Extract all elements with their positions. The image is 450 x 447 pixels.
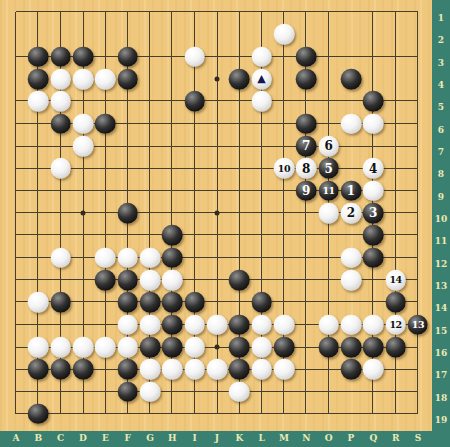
board-intersection-A16[interactable] bbox=[5, 336, 27, 358]
board-intersection-P10[interactable]: 2 bbox=[340, 202, 362, 224]
board-intersection-A13[interactable] bbox=[5, 269, 27, 291]
board-intersection-G18[interactable] bbox=[139, 380, 161, 402]
board-intersection-H14[interactable] bbox=[161, 291, 183, 313]
board-intersection-C13[interactable] bbox=[49, 269, 71, 291]
board-intersection-R10[interactable] bbox=[384, 202, 406, 224]
board-intersection-F5[interactable] bbox=[116, 90, 138, 112]
board-intersection-I6[interactable] bbox=[183, 112, 205, 134]
board-intersection-H12[interactable] bbox=[161, 246, 183, 268]
board-intersection-M12[interactable] bbox=[273, 246, 295, 268]
board-intersection-F10[interactable] bbox=[116, 202, 138, 224]
board-intersection-H3[interactable] bbox=[161, 45, 183, 67]
board-intersection-C8[interactable] bbox=[49, 157, 71, 179]
board-intersection-Q2[interactable] bbox=[362, 23, 384, 45]
board-intersection-P19[interactable] bbox=[340, 403, 362, 425]
board-intersection-D16[interactable] bbox=[72, 336, 94, 358]
board-intersection-R3[interactable] bbox=[384, 45, 406, 67]
board-intersection-H17[interactable] bbox=[161, 358, 183, 380]
board-intersection-O7[interactable]: 6 bbox=[317, 135, 339, 157]
board-intersection-M17[interactable] bbox=[273, 358, 295, 380]
board-intersection-Q11[interactable] bbox=[362, 224, 384, 246]
board-intersection-P17[interactable] bbox=[340, 358, 362, 380]
board-intersection-L19[interactable] bbox=[250, 403, 272, 425]
board-intersection-S19[interactable] bbox=[407, 403, 429, 425]
board-intersection-N19[interactable] bbox=[295, 403, 317, 425]
board-intersection-Q19[interactable] bbox=[362, 403, 384, 425]
board-intersection-D1[interactable] bbox=[72, 1, 94, 23]
board-intersection-K4[interactable] bbox=[228, 68, 250, 90]
board-intersection-L12[interactable] bbox=[250, 246, 272, 268]
board-intersection-K1[interactable] bbox=[228, 1, 250, 23]
board-intersection-J1[interactable] bbox=[206, 1, 228, 23]
board-intersection-F7[interactable] bbox=[116, 135, 138, 157]
board-intersection-G11[interactable] bbox=[139, 224, 161, 246]
board-intersection-M2[interactable] bbox=[273, 23, 295, 45]
board-intersection-Q9[interactable] bbox=[362, 179, 384, 201]
board-intersection-L17[interactable] bbox=[250, 358, 272, 380]
board-intersection-A2[interactable] bbox=[5, 23, 27, 45]
go-board[interactable]: ▲7610854911123141213 bbox=[5, 1, 429, 425]
board-intersection-P6[interactable] bbox=[340, 112, 362, 134]
board-intersection-G4[interactable] bbox=[139, 68, 161, 90]
board-intersection-S7[interactable] bbox=[407, 135, 429, 157]
board-intersection-O15[interactable] bbox=[317, 313, 339, 335]
board-intersection-O19[interactable] bbox=[317, 403, 339, 425]
board-intersection-G14[interactable] bbox=[139, 291, 161, 313]
board-intersection-L13[interactable] bbox=[250, 269, 272, 291]
board-intersection-L4[interactable]: ▲ bbox=[250, 68, 272, 90]
board-intersection-B16[interactable] bbox=[27, 336, 49, 358]
board-intersection-R6[interactable] bbox=[384, 112, 406, 134]
board-intersection-E11[interactable] bbox=[94, 224, 116, 246]
board-intersection-J4[interactable] bbox=[206, 68, 228, 90]
board-intersection-R4[interactable] bbox=[384, 68, 406, 90]
board-intersection-G3[interactable] bbox=[139, 45, 161, 67]
board-intersection-C9[interactable] bbox=[49, 179, 71, 201]
board-intersection-J7[interactable] bbox=[206, 135, 228, 157]
board-intersection-O6[interactable] bbox=[317, 112, 339, 134]
board-intersection-P11[interactable] bbox=[340, 224, 362, 246]
board-intersection-R7[interactable] bbox=[384, 135, 406, 157]
board-intersection-R17[interactable] bbox=[384, 358, 406, 380]
board-intersection-K8[interactable] bbox=[228, 157, 250, 179]
board-intersection-A12[interactable] bbox=[5, 246, 27, 268]
board-intersection-C16[interactable] bbox=[49, 336, 71, 358]
board-intersection-D9[interactable] bbox=[72, 179, 94, 201]
board-intersection-M9[interactable] bbox=[273, 179, 295, 201]
board-intersection-P5[interactable] bbox=[340, 90, 362, 112]
board-intersection-O14[interactable] bbox=[317, 291, 339, 313]
board-intersection-C11[interactable] bbox=[49, 224, 71, 246]
board-intersection-I3[interactable] bbox=[183, 45, 205, 67]
board-intersection-K2[interactable] bbox=[228, 23, 250, 45]
board-intersection-B5[interactable] bbox=[27, 90, 49, 112]
board-intersection-G15[interactable] bbox=[139, 313, 161, 335]
board-intersection-F13[interactable] bbox=[116, 269, 138, 291]
board-intersection-N1[interactable] bbox=[295, 1, 317, 23]
board-intersection-E1[interactable] bbox=[94, 1, 116, 23]
board-intersection-B12[interactable] bbox=[27, 246, 49, 268]
board-intersection-I17[interactable] bbox=[183, 358, 205, 380]
board-intersection-N8[interactable]: 8 bbox=[295, 157, 317, 179]
board-intersection-F4[interactable] bbox=[116, 68, 138, 90]
board-intersection-E10[interactable] bbox=[94, 202, 116, 224]
board-intersection-I16[interactable] bbox=[183, 336, 205, 358]
board-intersection-H18[interactable] bbox=[161, 380, 183, 402]
board-intersection-B7[interactable] bbox=[27, 135, 49, 157]
board-intersection-H10[interactable] bbox=[161, 202, 183, 224]
board-intersection-B17[interactable] bbox=[27, 358, 49, 380]
board-intersection-N11[interactable] bbox=[295, 224, 317, 246]
board-intersection-I10[interactable] bbox=[183, 202, 205, 224]
board-intersection-D2[interactable] bbox=[72, 23, 94, 45]
board-intersection-L9[interactable] bbox=[250, 179, 272, 201]
board-intersection-D12[interactable] bbox=[72, 246, 94, 268]
board-intersection-G5[interactable] bbox=[139, 90, 161, 112]
board-intersection-C2[interactable] bbox=[49, 23, 71, 45]
board-intersection-A10[interactable] bbox=[5, 202, 27, 224]
board-intersection-M19[interactable] bbox=[273, 403, 295, 425]
board-intersection-K16[interactable] bbox=[228, 336, 250, 358]
board-intersection-H1[interactable] bbox=[161, 1, 183, 23]
board-intersection-S4[interactable] bbox=[407, 68, 429, 90]
board-intersection-S5[interactable] bbox=[407, 90, 429, 112]
board-intersection-I1[interactable] bbox=[183, 1, 205, 23]
board-intersection-E8[interactable] bbox=[94, 157, 116, 179]
board-intersection-P16[interactable] bbox=[340, 336, 362, 358]
board-intersection-C5[interactable] bbox=[49, 90, 71, 112]
board-intersection-F16[interactable] bbox=[116, 336, 138, 358]
board-intersection-L8[interactable] bbox=[250, 157, 272, 179]
board-intersection-F15[interactable] bbox=[116, 313, 138, 335]
board-intersection-C19[interactable] bbox=[49, 403, 71, 425]
board-intersection-S12[interactable] bbox=[407, 246, 429, 268]
board-intersection-E6[interactable] bbox=[94, 112, 116, 134]
board-intersection-S1[interactable] bbox=[407, 1, 429, 23]
board-intersection-S9[interactable] bbox=[407, 179, 429, 201]
board-intersection-F17[interactable] bbox=[116, 358, 138, 380]
board-intersection-H16[interactable] bbox=[161, 336, 183, 358]
board-intersection-J19[interactable] bbox=[206, 403, 228, 425]
board-intersection-P2[interactable] bbox=[340, 23, 362, 45]
board-intersection-M11[interactable] bbox=[273, 224, 295, 246]
board-intersection-S8[interactable] bbox=[407, 157, 429, 179]
board-intersection-A18[interactable] bbox=[5, 380, 27, 402]
board-intersection-S15[interactable]: 13 bbox=[407, 313, 429, 335]
board-intersection-O5[interactable] bbox=[317, 90, 339, 112]
board-intersection-E15[interactable] bbox=[94, 313, 116, 335]
board-intersection-B19[interactable] bbox=[27, 403, 49, 425]
board-intersection-C12[interactable] bbox=[49, 246, 71, 268]
board-intersection-J10[interactable] bbox=[206, 202, 228, 224]
board-intersection-H8[interactable] bbox=[161, 157, 183, 179]
board-intersection-G10[interactable] bbox=[139, 202, 161, 224]
board-intersection-F18[interactable] bbox=[116, 380, 138, 402]
board-intersection-N4[interactable] bbox=[295, 68, 317, 90]
board-intersection-C4[interactable] bbox=[49, 68, 71, 90]
board-intersection-C1[interactable] bbox=[49, 1, 71, 23]
board-intersection-S13[interactable] bbox=[407, 269, 429, 291]
board-intersection-M5[interactable] bbox=[273, 90, 295, 112]
board-intersection-C6[interactable] bbox=[49, 112, 71, 134]
board-intersection-R12[interactable] bbox=[384, 246, 406, 268]
board-intersection-Q7[interactable] bbox=[362, 135, 384, 157]
board-intersection-R5[interactable] bbox=[384, 90, 406, 112]
board-intersection-J6[interactable] bbox=[206, 112, 228, 134]
board-intersection-N9[interactable]: 9 bbox=[295, 179, 317, 201]
board-intersection-O2[interactable] bbox=[317, 23, 339, 45]
board-intersection-B1[interactable] bbox=[27, 1, 49, 23]
board-intersection-L5[interactable] bbox=[250, 90, 272, 112]
board-intersection-L7[interactable] bbox=[250, 135, 272, 157]
board-intersection-R15[interactable]: 12 bbox=[384, 313, 406, 335]
board-intersection-J18[interactable] bbox=[206, 380, 228, 402]
board-intersection-L11[interactable] bbox=[250, 224, 272, 246]
board-intersection-M15[interactable] bbox=[273, 313, 295, 335]
board-intersection-M8[interactable]: 10 bbox=[273, 157, 295, 179]
board-intersection-M16[interactable] bbox=[273, 336, 295, 358]
board-intersection-H4[interactable] bbox=[161, 68, 183, 90]
board-intersection-B6[interactable] bbox=[27, 112, 49, 134]
board-intersection-F19[interactable] bbox=[116, 403, 138, 425]
board-intersection-N5[interactable] bbox=[295, 90, 317, 112]
board-intersection-L2[interactable] bbox=[250, 23, 272, 45]
board-intersection-G17[interactable] bbox=[139, 358, 161, 380]
board-intersection-R2[interactable] bbox=[384, 23, 406, 45]
board-intersection-L10[interactable] bbox=[250, 202, 272, 224]
board-intersection-B10[interactable] bbox=[27, 202, 49, 224]
board-intersection-I12[interactable] bbox=[183, 246, 205, 268]
board-intersection-E13[interactable] bbox=[94, 269, 116, 291]
board-intersection-N2[interactable] bbox=[295, 23, 317, 45]
board-intersection-K7[interactable] bbox=[228, 135, 250, 157]
board-intersection-A11[interactable] bbox=[5, 224, 27, 246]
board-intersection-L3[interactable] bbox=[250, 45, 272, 67]
board-intersection-P15[interactable] bbox=[340, 313, 362, 335]
board-intersection-D7[interactable] bbox=[72, 135, 94, 157]
board-intersection-O13[interactable] bbox=[317, 269, 339, 291]
board-intersection-S2[interactable] bbox=[407, 23, 429, 45]
board-intersection-Q17[interactable] bbox=[362, 358, 384, 380]
board-intersection-O4[interactable] bbox=[317, 68, 339, 90]
board-intersection-D19[interactable] bbox=[72, 403, 94, 425]
board-intersection-G12[interactable] bbox=[139, 246, 161, 268]
board-intersection-E19[interactable] bbox=[94, 403, 116, 425]
board-intersection-K6[interactable] bbox=[228, 112, 250, 134]
board-intersection-R8[interactable] bbox=[384, 157, 406, 179]
board-intersection-Q13[interactable] bbox=[362, 269, 384, 291]
board-intersection-K14[interactable] bbox=[228, 291, 250, 313]
board-intersection-S14[interactable] bbox=[407, 291, 429, 313]
board-intersection-G6[interactable] bbox=[139, 112, 161, 134]
board-intersection-L14[interactable] bbox=[250, 291, 272, 313]
board-intersection-Q8[interactable]: 4 bbox=[362, 157, 384, 179]
board-intersection-C18[interactable] bbox=[49, 380, 71, 402]
board-intersection-O9[interactable]: 11 bbox=[317, 179, 339, 201]
board-intersection-E14[interactable] bbox=[94, 291, 116, 313]
board-intersection-A3[interactable] bbox=[5, 45, 27, 67]
board-intersection-G16[interactable] bbox=[139, 336, 161, 358]
board-intersection-Q5[interactable] bbox=[362, 90, 384, 112]
board-intersection-J11[interactable] bbox=[206, 224, 228, 246]
board-intersection-Q3[interactable] bbox=[362, 45, 384, 67]
board-intersection-G19[interactable] bbox=[139, 403, 161, 425]
board-intersection-J9[interactable] bbox=[206, 179, 228, 201]
board-intersection-S17[interactable] bbox=[407, 358, 429, 380]
board-intersection-O1[interactable] bbox=[317, 1, 339, 23]
board-intersection-G8[interactable] bbox=[139, 157, 161, 179]
board-intersection-R18[interactable] bbox=[384, 380, 406, 402]
board-intersection-F3[interactable] bbox=[116, 45, 138, 67]
board-intersection-Q18[interactable] bbox=[362, 380, 384, 402]
board-intersection-E7[interactable] bbox=[94, 135, 116, 157]
board-intersection-D8[interactable] bbox=[72, 157, 94, 179]
board-intersection-C15[interactable] bbox=[49, 313, 71, 335]
board-intersection-E3[interactable] bbox=[94, 45, 116, 67]
board-intersection-G1[interactable] bbox=[139, 1, 161, 23]
board-intersection-B11[interactable] bbox=[27, 224, 49, 246]
board-intersection-N3[interactable] bbox=[295, 45, 317, 67]
board-intersection-O18[interactable] bbox=[317, 380, 339, 402]
board-intersection-P8[interactable] bbox=[340, 157, 362, 179]
board-intersection-C17[interactable] bbox=[49, 358, 71, 380]
board-intersection-M4[interactable] bbox=[273, 68, 295, 90]
board-intersection-L6[interactable] bbox=[250, 112, 272, 134]
board-intersection-A14[interactable] bbox=[5, 291, 27, 313]
board-intersection-K18[interactable] bbox=[228, 380, 250, 402]
board-intersection-C3[interactable] bbox=[49, 45, 71, 67]
board-intersection-P4[interactable] bbox=[340, 68, 362, 90]
board-intersection-I13[interactable] bbox=[183, 269, 205, 291]
board-intersection-P18[interactable] bbox=[340, 380, 362, 402]
board-intersection-I15[interactable] bbox=[183, 313, 205, 335]
board-intersection-Q4[interactable] bbox=[362, 68, 384, 90]
board-intersection-J8[interactable] bbox=[206, 157, 228, 179]
board-intersection-J17[interactable] bbox=[206, 358, 228, 380]
board-intersection-P9[interactable]: 1 bbox=[340, 179, 362, 201]
board-intersection-I4[interactable] bbox=[183, 68, 205, 90]
board-intersection-B4[interactable] bbox=[27, 68, 49, 90]
board-intersection-A7[interactable] bbox=[5, 135, 27, 157]
board-intersection-J3[interactable] bbox=[206, 45, 228, 67]
board-intersection-J15[interactable] bbox=[206, 313, 228, 335]
board-intersection-O12[interactable] bbox=[317, 246, 339, 268]
board-intersection-E4[interactable] bbox=[94, 68, 116, 90]
board-intersection-I2[interactable] bbox=[183, 23, 205, 45]
board-intersection-B2[interactable] bbox=[27, 23, 49, 45]
board-intersection-P3[interactable] bbox=[340, 45, 362, 67]
board-intersection-C14[interactable] bbox=[49, 291, 71, 313]
board-intersection-H19[interactable] bbox=[161, 403, 183, 425]
board-intersection-I18[interactable] bbox=[183, 380, 205, 402]
board-intersection-E16[interactable] bbox=[94, 336, 116, 358]
board-intersection-O16[interactable] bbox=[317, 336, 339, 358]
board-intersection-C7[interactable] bbox=[49, 135, 71, 157]
board-intersection-Q14[interactable] bbox=[362, 291, 384, 313]
board-intersection-D18[interactable] bbox=[72, 380, 94, 402]
board-intersection-D10[interactable] bbox=[72, 202, 94, 224]
board-intersection-D13[interactable] bbox=[72, 269, 94, 291]
board-intersection-S3[interactable] bbox=[407, 45, 429, 67]
board-intersection-I5[interactable] bbox=[183, 90, 205, 112]
board-intersection-L15[interactable] bbox=[250, 313, 272, 335]
board-intersection-S6[interactable] bbox=[407, 112, 429, 134]
board-intersection-F6[interactable] bbox=[116, 112, 138, 134]
board-intersection-K12[interactable] bbox=[228, 246, 250, 268]
board-intersection-H2[interactable] bbox=[161, 23, 183, 45]
board-intersection-F1[interactable] bbox=[116, 1, 138, 23]
board-intersection-O17[interactable] bbox=[317, 358, 339, 380]
board-intersection-R19[interactable] bbox=[384, 403, 406, 425]
board-intersection-O8[interactable]: 5 bbox=[317, 157, 339, 179]
board-intersection-Q10[interactable]: 3 bbox=[362, 202, 384, 224]
board-intersection-E5[interactable] bbox=[94, 90, 116, 112]
board-intersection-R14[interactable] bbox=[384, 291, 406, 313]
board-intersection-L18[interactable] bbox=[250, 380, 272, 402]
board-intersection-B8[interactable] bbox=[27, 157, 49, 179]
board-intersection-B18[interactable] bbox=[27, 380, 49, 402]
board-intersection-O11[interactable] bbox=[317, 224, 339, 246]
board-intersection-N12[interactable] bbox=[295, 246, 317, 268]
board-intersection-M14[interactable] bbox=[273, 291, 295, 313]
board-intersection-D17[interactable] bbox=[72, 358, 94, 380]
board-intersection-I14[interactable] bbox=[183, 291, 205, 313]
board-intersection-N17[interactable] bbox=[295, 358, 317, 380]
board-intersection-N14[interactable] bbox=[295, 291, 317, 313]
board-intersection-Q16[interactable] bbox=[362, 336, 384, 358]
board-intersection-E9[interactable] bbox=[94, 179, 116, 201]
board-intersection-R13[interactable]: 14 bbox=[384, 269, 406, 291]
board-intersection-B13[interactable] bbox=[27, 269, 49, 291]
board-intersection-J5[interactable] bbox=[206, 90, 228, 112]
board-intersection-F8[interactable] bbox=[116, 157, 138, 179]
board-intersection-E12[interactable] bbox=[94, 246, 116, 268]
board-intersection-R11[interactable] bbox=[384, 224, 406, 246]
board-intersection-D14[interactable] bbox=[72, 291, 94, 313]
board-intersection-A4[interactable] bbox=[5, 68, 27, 90]
board-intersection-N18[interactable] bbox=[295, 380, 317, 402]
board-intersection-H13[interactable] bbox=[161, 269, 183, 291]
board-intersection-E2[interactable] bbox=[94, 23, 116, 45]
board-intersection-D6[interactable] bbox=[72, 112, 94, 134]
board-intersection-I7[interactable] bbox=[183, 135, 205, 157]
board-intersection-B15[interactable] bbox=[27, 313, 49, 335]
board-intersection-I9[interactable] bbox=[183, 179, 205, 201]
board-intersection-A8[interactable] bbox=[5, 157, 27, 179]
board-intersection-N16[interactable] bbox=[295, 336, 317, 358]
board-intersection-K3[interactable] bbox=[228, 45, 250, 67]
board-intersection-Q12[interactable] bbox=[362, 246, 384, 268]
board-intersection-K19[interactable] bbox=[228, 403, 250, 425]
board-intersection-N7[interactable]: 7 bbox=[295, 135, 317, 157]
board-intersection-N10[interactable] bbox=[295, 202, 317, 224]
board-intersection-R16[interactable] bbox=[384, 336, 406, 358]
board-intersection-I11[interactable] bbox=[183, 224, 205, 246]
board-intersection-H15[interactable] bbox=[161, 313, 183, 335]
board-intersection-D4[interactable] bbox=[72, 68, 94, 90]
board-intersection-D11[interactable] bbox=[72, 224, 94, 246]
board-intersection-K11[interactable] bbox=[228, 224, 250, 246]
board-intersection-K17[interactable] bbox=[228, 358, 250, 380]
board-intersection-P12[interactable] bbox=[340, 246, 362, 268]
board-intersection-P1[interactable] bbox=[340, 1, 362, 23]
board-intersection-D5[interactable] bbox=[72, 90, 94, 112]
board-intersection-O10[interactable] bbox=[317, 202, 339, 224]
board-intersection-F2[interactable] bbox=[116, 23, 138, 45]
board-intersection-H11[interactable] bbox=[161, 224, 183, 246]
board-intersection-F12[interactable] bbox=[116, 246, 138, 268]
board-intersection-Q15[interactable] bbox=[362, 313, 384, 335]
